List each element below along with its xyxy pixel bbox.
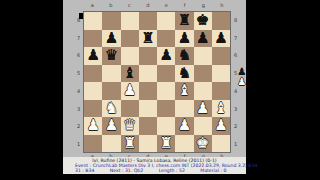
square-h6[interactable] xyxy=(212,47,230,65)
square-g1[interactable]: ♚ xyxy=(194,135,212,153)
piece-bB-c5[interactable]: ♝ xyxy=(123,66,136,81)
piece-wB-f4[interactable]: ♝ xyxy=(178,83,191,98)
square-a3[interactable] xyxy=(84,100,102,118)
square-d1[interactable] xyxy=(139,135,157,153)
file-label-c: c xyxy=(120,1,139,9)
file-label-b: b xyxy=(102,1,121,9)
stat-length: Length : 52 xyxy=(159,168,185,173)
rank-label-1: 1 xyxy=(232,135,239,153)
rank-label-3: 3 xyxy=(232,100,239,118)
square-b1[interactable] xyxy=(102,135,120,153)
square-e7[interactable] xyxy=(157,30,175,48)
square-b6[interactable]: ♛ xyxy=(102,47,120,65)
square-h5[interactable] xyxy=(212,65,230,83)
square-g3[interactable]: ♟ xyxy=(194,100,212,118)
video-frame: abcdefgh 87654321 87654321 ♜♚♟♜♟♟♟♟♛♟♞♝♞… xyxy=(0,0,320,180)
rank-label-8: 8 xyxy=(232,11,239,29)
square-f1[interactable] xyxy=(175,135,193,153)
square-c5[interactable]: ♝ xyxy=(121,65,139,83)
rank-label-1: 1 xyxy=(75,135,82,153)
piece-wR-e1[interactable]: ♜ xyxy=(159,136,172,151)
stat-material: Material : 0 xyxy=(200,168,226,173)
square-c1[interactable]: ♜ xyxy=(121,135,139,153)
square-e6[interactable]: ♟ xyxy=(157,47,175,65)
square-e4[interactable] xyxy=(157,82,175,100)
file-label-g: g xyxy=(194,1,213,9)
file-label-d: d xyxy=(139,1,158,9)
square-d5[interactable] xyxy=(139,65,157,83)
square-a6[interactable]: ♟ xyxy=(84,47,102,65)
file-label-f: f xyxy=(176,1,195,9)
square-f2[interactable]: ♟ xyxy=(175,117,193,135)
rank-label-7: 7 xyxy=(232,29,239,47)
square-a1[interactable] xyxy=(84,135,102,153)
square-f5[interactable]: ♞ xyxy=(175,65,193,83)
rank-label-7: 7 xyxy=(75,29,82,47)
square-f7[interactable]: ♟ xyxy=(175,30,193,48)
square-g7[interactable]: ♟ xyxy=(194,30,212,48)
rank-label-5: 5 xyxy=(75,64,82,82)
piece-bP-h7[interactable]: ♟ xyxy=(214,31,227,46)
square-b4[interactable] xyxy=(102,82,120,100)
rank-label-2: 2 xyxy=(75,118,82,136)
captured-white-pawn-icon: ♟ xyxy=(238,77,247,87)
square-h1[interactable] xyxy=(212,135,230,153)
piece-wQ-c2[interactable]: ♛ xyxy=(123,118,136,133)
square-d8[interactable] xyxy=(139,12,157,30)
square-g4[interactable] xyxy=(194,82,212,100)
file-labels-top: abcdefgh xyxy=(83,1,231,9)
stat-next-move: Next : 31. Qb2 xyxy=(110,168,143,173)
square-a4[interactable] xyxy=(84,82,102,100)
file-label-h: h xyxy=(213,1,232,9)
square-e2[interactable] xyxy=(157,117,175,135)
rank-labels-left: 87654321 xyxy=(75,11,82,153)
piece-bP-a6[interactable]: ♟ xyxy=(86,48,99,63)
square-b3[interactable]: ♞ xyxy=(102,100,120,118)
square-g6[interactable] xyxy=(194,47,212,65)
square-g8[interactable]: ♚ xyxy=(194,12,212,30)
square-h3[interactable]: ♝ xyxy=(212,100,230,118)
square-c6[interactable] xyxy=(121,47,139,65)
stat-eco: 31 : B34 xyxy=(75,168,94,173)
file-label-e: e xyxy=(157,1,176,9)
square-d2[interactable] xyxy=(139,117,157,135)
square-f6[interactable]: ♞ xyxy=(175,47,193,65)
square-f8[interactable]: ♜ xyxy=(175,12,193,30)
piece-wB-h3[interactable]: ♝ xyxy=(214,101,227,116)
square-c4[interactable]: ♟ xyxy=(121,82,139,100)
rank-label-6: 6 xyxy=(232,47,239,65)
square-a5[interactable] xyxy=(84,65,102,83)
piece-wP-c4[interactable]: ♟ xyxy=(123,83,136,98)
square-e1[interactable]: ♜ xyxy=(157,135,175,153)
square-b7[interactable]: ♟ xyxy=(102,30,120,48)
piece-bP-e6[interactable]: ♟ xyxy=(159,48,172,63)
square-h2[interactable]: ♟ xyxy=(212,117,230,135)
square-c7[interactable] xyxy=(121,30,139,48)
stats-line: 31 : B34 Next : 31. Qb2 Length : 52 Mate… xyxy=(63,168,246,173)
piece-wR-c1[interactable]: ♜ xyxy=(123,136,136,151)
piece-wN-b3[interactable]: ♞ xyxy=(105,101,118,116)
file-label-a: a xyxy=(83,1,102,9)
piece-bQ-b6[interactable]: ♛ xyxy=(105,48,118,63)
piece-wP-a2[interactable]: ♟ xyxy=(86,118,99,133)
game-info-footer: Ivl, Rufine (2411) - Samira Lobasa, Reli… xyxy=(63,157,246,174)
piece-bP-b7[interactable]: ♟ xyxy=(105,31,118,46)
rank-label-3: 3 xyxy=(75,100,82,118)
square-h4[interactable] xyxy=(212,82,230,100)
square-d7[interactable]: ♜ xyxy=(139,30,157,48)
square-e3[interactable] xyxy=(157,100,175,118)
piece-bR-f8[interactable]: ♜ xyxy=(178,13,191,28)
rank-label-4: 4 xyxy=(75,82,82,100)
square-h8[interactable] xyxy=(212,12,230,30)
square-e8[interactable] xyxy=(157,12,175,30)
square-g5[interactable] xyxy=(194,65,212,83)
square-b2[interactable]: ♟ xyxy=(102,117,120,135)
square-g2[interactable] xyxy=(194,117,212,135)
rank-label-6: 6 xyxy=(75,47,82,65)
piece-wP-f2[interactable]: ♟ xyxy=(178,118,191,133)
square-d6[interactable] xyxy=(139,47,157,65)
square-h7[interactable]: ♟ xyxy=(212,30,230,48)
square-b5[interactable] xyxy=(102,65,120,83)
square-a7[interactable] xyxy=(84,30,102,48)
square-c2[interactable]: ♛ xyxy=(121,117,139,135)
square-e5[interactable] xyxy=(157,65,175,83)
square-a8[interactable] xyxy=(84,12,102,30)
piece-wP-b2[interactable]: ♟ xyxy=(105,118,118,133)
piece-bP-f7[interactable]: ♟ xyxy=(178,31,191,46)
square-f3[interactable] xyxy=(175,100,193,118)
piece-wP-h2[interactable]: ♟ xyxy=(214,118,227,133)
piece-bP-g7[interactable]: ♟ xyxy=(196,31,209,46)
square-d4[interactable] xyxy=(139,82,157,100)
square-b8[interactable] xyxy=(102,12,120,30)
chess-board[interactable]: ♜♚♟♜♟♟♟♟♛♟♞♝♞♟♝♞♟♝♟♟♛♟♟♜♜♚ xyxy=(83,11,231,153)
square-a2[interactable]: ♟ xyxy=(84,117,102,135)
piece-bN-f6[interactable]: ♞ xyxy=(178,48,191,63)
material-tray: ♟ ♟ xyxy=(237,67,247,87)
piece-bK-g8[interactable]: ♚ xyxy=(196,13,209,28)
piece-wK-g1[interactable]: ♚ xyxy=(196,136,209,151)
square-c3[interactable] xyxy=(121,100,139,118)
square-f4[interactable]: ♝ xyxy=(175,82,193,100)
piece-bR-d7[interactable]: ♜ xyxy=(141,31,154,46)
piece-bN-f5[interactable]: ♞ xyxy=(178,66,191,81)
piece-wP-g3[interactable]: ♟ xyxy=(196,101,209,116)
square-c8[interactable] xyxy=(121,12,139,30)
rank-label-2: 2 xyxy=(232,118,239,136)
square-d3[interactable] xyxy=(139,100,157,118)
